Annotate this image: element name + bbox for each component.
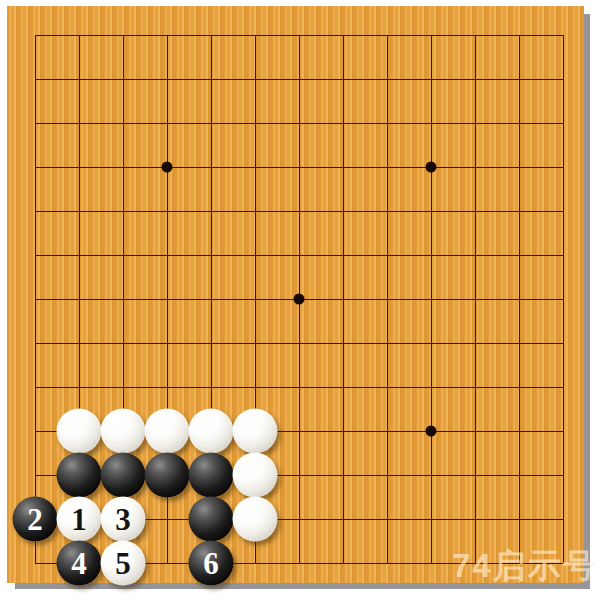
- grid-lines: 213456: [35, 35, 564, 564]
- black-stone[interactable]: [57, 453, 102, 498]
- black-stone[interactable]: [145, 453, 190, 498]
- white-stone[interactable]: 5: [101, 541, 146, 586]
- page: 213456 74启示号: [0, 0, 600, 600]
- stone-move-number: 2: [27, 504, 43, 535]
- watermark: 74启示号: [452, 544, 598, 589]
- white-stone[interactable]: [101, 409, 146, 454]
- stone-move-number: 1: [71, 504, 87, 535]
- white-stone[interactable]: [233, 453, 278, 498]
- star-point: [294, 294, 305, 305]
- white-stone[interactable]: 1: [57, 497, 102, 542]
- stone-move-number: 6: [203, 548, 219, 579]
- stone-move-number: 4: [71, 548, 87, 579]
- black-stone[interactable]: [189, 497, 234, 542]
- stone-move-number: 5: [115, 548, 131, 579]
- black-stone[interactable]: 6: [189, 541, 234, 586]
- star-point: [162, 162, 173, 173]
- white-stone[interactable]: [57, 409, 102, 454]
- stone-move-number: 3: [115, 504, 131, 535]
- white-stone[interactable]: [145, 409, 190, 454]
- white-stone[interactable]: [189, 409, 234, 454]
- go-board[interactable]: 213456 74启示号: [7, 6, 584, 583]
- black-stone[interactable]: 2: [13, 497, 58, 542]
- white-stone[interactable]: 3: [101, 497, 146, 542]
- star-point: [426, 162, 437, 173]
- black-stone[interactable]: 4: [57, 541, 102, 586]
- black-stone[interactable]: [101, 453, 146, 498]
- star-point: [426, 426, 437, 437]
- white-stone[interactable]: [233, 497, 278, 542]
- black-stone[interactable]: [189, 453, 234, 498]
- white-stone[interactable]: [233, 409, 278, 454]
